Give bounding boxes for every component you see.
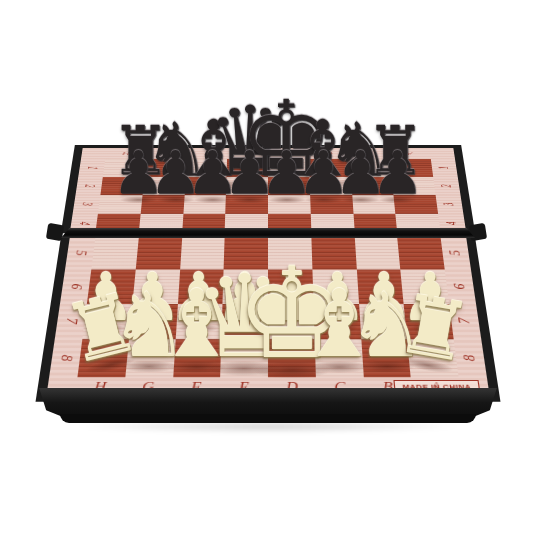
hinge-seam — [61, 228, 475, 238]
frame-front-lip — [60, 414, 476, 423]
piece-black-pawn-a2[interactable]: ♟ — [371, 143, 424, 202]
pieces-layer: ♜♞♝♛♚♝♞♜♟♟♟♟♟♟♟♟♟♟♟♟♟♟♟♟♜♞♝♛♚♝♞♜ — [0, 0, 533, 543]
piece-shadow — [402, 356, 453, 375]
piece-shadow — [379, 196, 416, 204]
chess-set-photo: HGFEDCBA11223344 HGFEDCBA55667788 MADE I… — [0, 0, 533, 543]
hinge-nub-left — [46, 223, 64, 241]
hinge-nub-right — [469, 223, 487, 241]
piece-white-rook-a8[interactable]: ♜ — [391, 283, 477, 375]
